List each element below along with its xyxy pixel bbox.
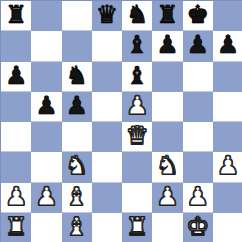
white-pawn: ♟ <box>186 183 208 212</box>
square-g4[interactable] <box>183 122 213 152</box>
square-d7[interactable] <box>92 31 122 61</box>
black-pawn: ♟ <box>5 62 27 91</box>
square-b2[interactable]: ♟ <box>31 183 61 213</box>
square-f3[interactable]: ♞ <box>152 152 182 182</box>
square-a5[interactable] <box>1 92 31 122</box>
square-f4[interactable] <box>152 122 182 152</box>
square-f1[interactable] <box>152 213 182 242</box>
square-a2[interactable]: ♟ <box>1 183 31 213</box>
square-g1[interactable]: ♚ <box>183 213 213 242</box>
chess-board-container: ♜♛♞♜♚♝♟♟♟♟♞♝♟♟♟♛♞♞♟♟♟♝♟♟♜♝♜♚ <box>0 0 242 242</box>
square-c5[interactable]: ♟ <box>62 92 92 122</box>
square-e4[interactable]: ♛ <box>122 122 152 152</box>
square-h6[interactable] <box>213 62 242 92</box>
square-h8[interactable] <box>213 1 242 31</box>
white-rook: ♜ <box>126 213 148 242</box>
square-e5[interactable]: ♟ <box>122 92 152 122</box>
square-c4[interactable] <box>62 122 92 152</box>
square-e2[interactable] <box>122 183 152 213</box>
white-knight: ♞ <box>156 152 178 181</box>
white-queen: ♛ <box>126 122 148 151</box>
square-b7[interactable] <box>31 31 61 61</box>
square-g3[interactable] <box>183 152 213 182</box>
square-e1[interactable]: ♜ <box>122 213 152 242</box>
white-bishop: ♝ <box>65 183 87 212</box>
square-c7[interactable] <box>62 31 92 61</box>
black-knight: ♞ <box>65 62 87 91</box>
square-a7[interactable] <box>1 31 31 61</box>
black-pawn: ♟ <box>186 31 208 60</box>
square-d8[interactable]: ♛ <box>92 1 122 31</box>
square-b3[interactable] <box>31 152 61 182</box>
square-d3[interactable] <box>92 152 122 182</box>
square-c2[interactable]: ♝ <box>62 183 92 213</box>
square-c1[interactable]: ♝ <box>62 213 92 242</box>
square-g8[interactable]: ♚ <box>183 1 213 31</box>
square-b1[interactable] <box>31 213 61 242</box>
white-king: ♚ <box>186 213 208 242</box>
square-b8[interactable] <box>31 1 61 31</box>
white-pawn: ♟ <box>5 183 27 212</box>
square-e3[interactable] <box>122 152 152 182</box>
black-knight: ♞ <box>126 1 148 30</box>
square-h4[interactable] <box>213 122 242 152</box>
white-pawn: ♟ <box>35 183 57 212</box>
black-pawn: ♟ <box>65 92 87 121</box>
square-g5[interactable] <box>183 92 213 122</box>
square-g7[interactable]: ♟ <box>183 31 213 61</box>
square-c3[interactable]: ♞ <box>62 152 92 182</box>
black-bishop: ♝ <box>126 62 148 91</box>
white-pawn: ♟ <box>156 183 178 212</box>
black-rook: ♜ <box>5 1 27 30</box>
square-h7[interactable]: ♟ <box>213 31 242 61</box>
square-d5[interactable] <box>92 92 122 122</box>
square-f5[interactable] <box>152 92 182 122</box>
black-queen: ♛ <box>96 1 118 30</box>
square-a3[interactable] <box>1 152 31 182</box>
square-a4[interactable] <box>1 122 31 152</box>
square-c8[interactable] <box>62 1 92 31</box>
square-a8[interactable]: ♜ <box>1 1 31 31</box>
square-h3[interactable]: ♟ <box>213 152 242 182</box>
black-pawn: ♟ <box>156 31 178 60</box>
white-bishop: ♝ <box>65 213 87 242</box>
square-h5[interactable] <box>213 92 242 122</box>
white-pawn: ♟ <box>217 152 239 181</box>
square-f7[interactable]: ♟ <box>152 31 182 61</box>
square-g2[interactable]: ♟ <box>183 183 213 213</box>
square-b6[interactable] <box>31 62 61 92</box>
chess-board: ♜♛♞♜♚♝♟♟♟♟♞♝♟♟♟♛♞♞♟♟♟♝♟♟♜♝♜♚ <box>0 0 242 242</box>
black-pawn: ♟ <box>35 92 57 121</box>
square-h1[interactable] <box>213 213 242 242</box>
square-b5[interactable]: ♟ <box>31 92 61 122</box>
square-d1[interactable] <box>92 213 122 242</box>
square-a6[interactable]: ♟ <box>1 62 31 92</box>
square-a1[interactable]: ♜ <box>1 213 31 242</box>
square-f2[interactable]: ♟ <box>152 183 182 213</box>
square-b4[interactable] <box>31 122 61 152</box>
black-rook: ♜ <box>156 1 178 30</box>
square-h2[interactable] <box>213 183 242 213</box>
square-f6[interactable] <box>152 62 182 92</box>
square-e6[interactable]: ♝ <box>122 62 152 92</box>
white-pawn: ♟ <box>126 92 148 121</box>
square-d2[interactable] <box>92 183 122 213</box>
white-knight: ♞ <box>65 152 87 181</box>
square-e7[interactable]: ♝ <box>122 31 152 61</box>
black-bishop: ♝ <box>126 31 148 60</box>
white-rook: ♜ <box>5 213 27 242</box>
square-f8[interactable]: ♜ <box>152 1 182 31</box>
black-king: ♚ <box>186 1 208 30</box>
square-g6[interactable] <box>183 62 213 92</box>
square-e8[interactable]: ♞ <box>122 1 152 31</box>
square-d6[interactable] <box>92 62 122 92</box>
black-pawn: ♟ <box>217 31 239 60</box>
square-d4[interactable] <box>92 122 122 152</box>
square-c6[interactable]: ♞ <box>62 62 92 92</box>
